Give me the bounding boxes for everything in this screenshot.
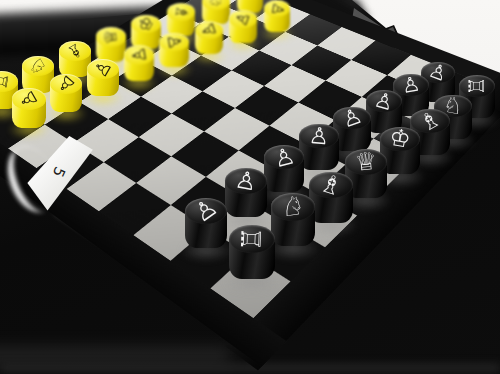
peg-top: ♙: [366, 90, 402, 112]
peg-yellow-pawn: ♙: [264, 0, 291, 41]
peg-top: ♙: [124, 45, 155, 65]
peg-yellow-pawn: ♙: [229, 10, 257, 52]
peg-yellow-pawn: ♙: [87, 59, 119, 106]
peg-top: ♙: [159, 33, 189, 52]
chess-piece-symbol-rook: ♖: [466, 76, 487, 95]
chess-piece-symbol-rook: ♖: [0, 71, 12, 91]
chess-piece-symbol-knight: ♘: [208, 0, 224, 8]
peg-top: ♙: [225, 168, 266, 193]
peg-top: ♗: [59, 41, 90, 61]
peg-black-rook: ♖: [229, 225, 275, 289]
chess-pegs-layer: ♖♘♗♕♔♗♘♖♙♙♙♙♙♙♙♙♖♘♗♕♔♗♘♖♙♙♙♙♙♙♙♙: [0, 0, 500, 374]
peg-top: ♗: [309, 172, 352, 198]
peg-top: ♕: [96, 27, 126, 46]
chess-piece-symbol-pawn: ♙: [271, 143, 297, 171]
chess-piece-symbol-pawn: ♙: [233, 9, 253, 28]
peg-black-pawn: ♙: [225, 168, 266, 227]
peg-top: ♙: [87, 59, 119, 79]
chess-piece-symbol-pawn: ♙: [400, 73, 422, 96]
chess-piece-symbol-pawn: ♙: [308, 124, 330, 148]
peg-top: ♙: [299, 124, 338, 148]
peg-black-pawn: ♙: [185, 198, 228, 258]
chess-piece-symbol-pawn: ♙: [233, 167, 258, 194]
chess-piece-symbol-queen: ♕: [102, 28, 121, 45]
peg-top: ♙: [264, 145, 304, 169]
chess-piece-symbol-pawn: ♙: [91, 57, 115, 80]
chess-piece-symbol-rook: ♖: [238, 227, 266, 252]
chess-piece-symbol-knight: ♘: [280, 193, 307, 222]
peg-top: ♔: [131, 15, 160, 33]
peg-top: ♙: [12, 88, 46, 109]
peg-black-knight: ♘: [271, 193, 316, 255]
peg-top: ♗: [167, 3, 195, 21]
travel-chess-set-photo: 5 ♖♘♗♕♔♗♘♖♙♙♙♙♙♙♙♙♖♘♗♕♔♗♘♖♙♙♙♙♙♙♙♙: [0, 0, 500, 374]
peg-black-bishop: ♗: [309, 172, 352, 233]
peg-top: ♙: [333, 107, 371, 130]
chess-piece-symbol-bishop: ♗: [172, 3, 191, 20]
peg-yellow-pawn: ♙: [12, 88, 46, 137]
peg-yellow-pawn: ♙: [50, 74, 83, 122]
peg-top: ♘: [271, 193, 316, 220]
chess-piece-symbol-king: ♔: [135, 13, 157, 34]
chess-piece-symbol-king: ♔: [388, 126, 413, 153]
peg-yellow-pawn: ♙: [195, 21, 224, 64]
chess-piece-symbol-queen: ♕: [354, 149, 378, 175]
peg-yellow-pawn: ♙: [124, 45, 155, 91]
chess-piece-symbol-pawn: ♙: [164, 33, 184, 51]
chess-piece-symbol-pawn: ♙: [199, 20, 220, 40]
chess-piece-symbol-bishop: ♗: [63, 39, 86, 63]
chess-piece-symbol-pawn: ♙: [129, 46, 149, 65]
chess-piece-symbol-pawn: ♙: [372, 88, 396, 113]
chess-piece-symbol-bishop: ♗: [316, 170, 345, 201]
chess-piece-symbol-pawn: ♙: [268, 1, 286, 17]
chess-piece-symbol-knight: ♘: [26, 54, 50, 78]
chess-piece-symbol-pawn: ♙: [339, 104, 365, 131]
peg-top: ♖: [229, 225, 275, 253]
peg-top: ♙: [185, 198, 228, 224]
peg-yellow-pawn: ♙: [159, 33, 189, 78]
chess-piece-symbol-pawn: ♙: [16, 87, 42, 112]
peg-top: ♙: [229, 10, 257, 28]
chess-piece-symbol-pawn: ♙: [426, 60, 450, 85]
